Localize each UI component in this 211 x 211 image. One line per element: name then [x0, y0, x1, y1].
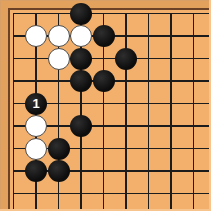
- cut-edge-right: [209, 0, 211, 211]
- stone-black[interactable]: [25, 160, 47, 182]
- stone-white[interactable]: [48, 48, 70, 70]
- stone-black[interactable]: [93, 25, 115, 47]
- stone-black[interactable]: [48, 138, 70, 160]
- stone-black[interactable]: [115, 48, 137, 70]
- go-board[interactable]: 1: [10, 10, 211, 211]
- stone-black[interactable]: [70, 115, 92, 137]
- stone-black[interactable]: [93, 70, 115, 92]
- go-diagram: 1: [0, 0, 211, 211]
- stone-black[interactable]: [70, 70, 92, 92]
- move-number-label: 1: [32, 97, 39, 110]
- stone-white[interactable]: [48, 25, 70, 47]
- stone-white[interactable]: [70, 25, 92, 47]
- stone-white[interactable]: [25, 25, 47, 47]
- stone-grid: 1: [2, 2, 211, 211]
- cut-edge-bottom: [0, 209, 211, 211]
- stone-white[interactable]: [25, 115, 47, 137]
- stone-black[interactable]: [70, 48, 92, 70]
- stone-black-move-1[interactable]: 1: [25, 93, 47, 115]
- stone-black[interactable]: [70, 3, 92, 25]
- stone-white[interactable]: [25, 138, 47, 160]
- stone-black[interactable]: [48, 160, 70, 182]
